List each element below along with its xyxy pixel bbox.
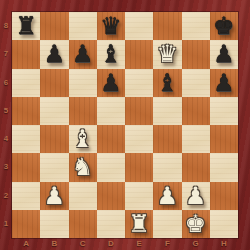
piece-white-knight[interactable]: ♞ [72,155,94,179]
square-d4[interactable] [97,125,125,153]
piece-black-bishop[interactable]: ♝ [157,71,179,95]
piece-white-pawn[interactable]: ♟ [157,184,179,208]
square-h6[interactable]: ♟ [210,69,238,97]
file-label-f: F [161,238,173,250]
file-label-c: C [77,238,89,250]
file-label-g: G [190,238,202,250]
square-f3[interactable] [153,153,181,181]
square-g3[interactable] [182,153,210,181]
square-d2[interactable] [97,182,125,210]
square-c8[interactable] [69,12,97,40]
square-a2[interactable] [12,182,40,210]
piece-white-pawn[interactable]: ♟ [44,184,66,208]
square-c4[interactable]: ♝ [69,125,97,153]
square-a8[interactable]: ♜ [12,12,40,40]
square-e7[interactable] [125,40,153,68]
square-a3[interactable] [12,153,40,181]
square-a1[interactable] [12,210,40,238]
square-c6[interactable] [69,69,97,97]
piece-white-pawn[interactable]: ♟ [185,184,207,208]
piece-black-pawn[interactable]: ♟ [213,71,235,95]
square-f8[interactable] [153,12,181,40]
square-f2[interactable]: ♟ [153,182,181,210]
square-c7[interactable]: ♟ [69,40,97,68]
square-g4[interactable] [182,125,210,153]
square-b6[interactable] [40,69,68,97]
square-d6[interactable]: ♟ [97,69,125,97]
square-g6[interactable] [182,69,210,97]
square-e1[interactable]: ♜ [125,210,153,238]
piece-white-rook[interactable]: ♜ [128,212,150,236]
square-e8[interactable] [125,12,153,40]
square-f7[interactable]: ♛ [153,40,181,68]
square-g2[interactable]: ♟ [182,182,210,210]
square-b5[interactable] [40,97,68,125]
square-h1[interactable] [210,210,238,238]
square-h7[interactable]: ♟ [210,40,238,68]
square-e3[interactable] [125,153,153,181]
piece-black-pawn[interactable]: ♟ [72,42,94,66]
square-e5[interactable] [125,97,153,125]
square-h8[interactable]: ♚ [210,12,238,40]
square-b1[interactable] [40,210,68,238]
square-c3[interactable]: ♞ [69,153,97,181]
square-b8[interactable] [40,12,68,40]
square-c5[interactable] [69,97,97,125]
square-e6[interactable] [125,69,153,97]
square-d7[interactable]: ♝ [97,40,125,68]
square-c2[interactable] [69,182,97,210]
square-d8[interactable]: ♛ [97,12,125,40]
square-d5[interactable] [97,97,125,125]
rank-label-2: 2 [0,190,12,202]
rank-label-8: 8 [0,20,12,32]
piece-black-pawn[interactable]: ♟ [44,42,66,66]
square-c1[interactable] [69,210,97,238]
file-label-h: H [218,238,230,250]
file-label-b: B [48,238,60,250]
rank-label-7: 7 [0,48,12,60]
rank-label-6: 6 [0,77,12,89]
rank-label-1: 1 [0,218,12,230]
piece-white-bishop[interactable]: ♝ [72,127,94,151]
square-a4[interactable] [12,125,40,153]
square-f6[interactable]: ♝ [153,69,181,97]
square-a6[interactable] [12,69,40,97]
square-d1[interactable] [97,210,125,238]
square-f5[interactable] [153,97,181,125]
square-h5[interactable] [210,97,238,125]
square-h2[interactable] [210,182,238,210]
piece-black-bishop[interactable]: ♝ [100,42,122,66]
square-a5[interactable] [12,97,40,125]
file-label-d: D [105,238,117,250]
file-label-e: E [133,238,145,250]
square-b4[interactable] [40,125,68,153]
piece-black-queen[interactable]: ♛ [100,14,122,38]
rank-label-5: 5 [0,105,12,117]
chess-board: ♜♛♚♟♟♝♛♟♟♝♟♝♞♟♟♟♜♚ [12,12,238,238]
square-b2[interactable]: ♟ [40,182,68,210]
square-h4[interactable] [210,125,238,153]
square-g8[interactable] [182,12,210,40]
square-a7[interactable] [12,40,40,68]
rank-label-4: 4 [0,133,12,145]
square-e2[interactable] [125,182,153,210]
piece-black-pawn[interactable]: ♟ [100,71,122,95]
square-f1[interactable] [153,210,181,238]
piece-black-king[interactable]: ♚ [213,14,235,38]
square-b3[interactable] [40,153,68,181]
piece-black-rook[interactable]: ♜ [15,14,37,38]
chess-board-frame: ♜♛♚♟♟♝♛♟♟♝♟♝♞♟♟♟♜♚ 87654321ABCDEFGH [0,0,250,250]
square-g1[interactable]: ♚ [182,210,210,238]
square-b7[interactable]: ♟ [40,40,68,68]
piece-white-queen[interactable]: ♛ [157,42,179,66]
file-label-a: A [20,238,32,250]
rank-label-3: 3 [0,161,12,173]
square-f4[interactable] [153,125,181,153]
piece-black-pawn[interactable]: ♟ [213,42,235,66]
square-g7[interactable] [182,40,210,68]
square-h3[interactable] [210,153,238,181]
square-g5[interactable] [182,97,210,125]
piece-white-king[interactable]: ♚ [185,212,207,236]
square-e4[interactable] [125,125,153,153]
square-d3[interactable] [97,153,125,181]
